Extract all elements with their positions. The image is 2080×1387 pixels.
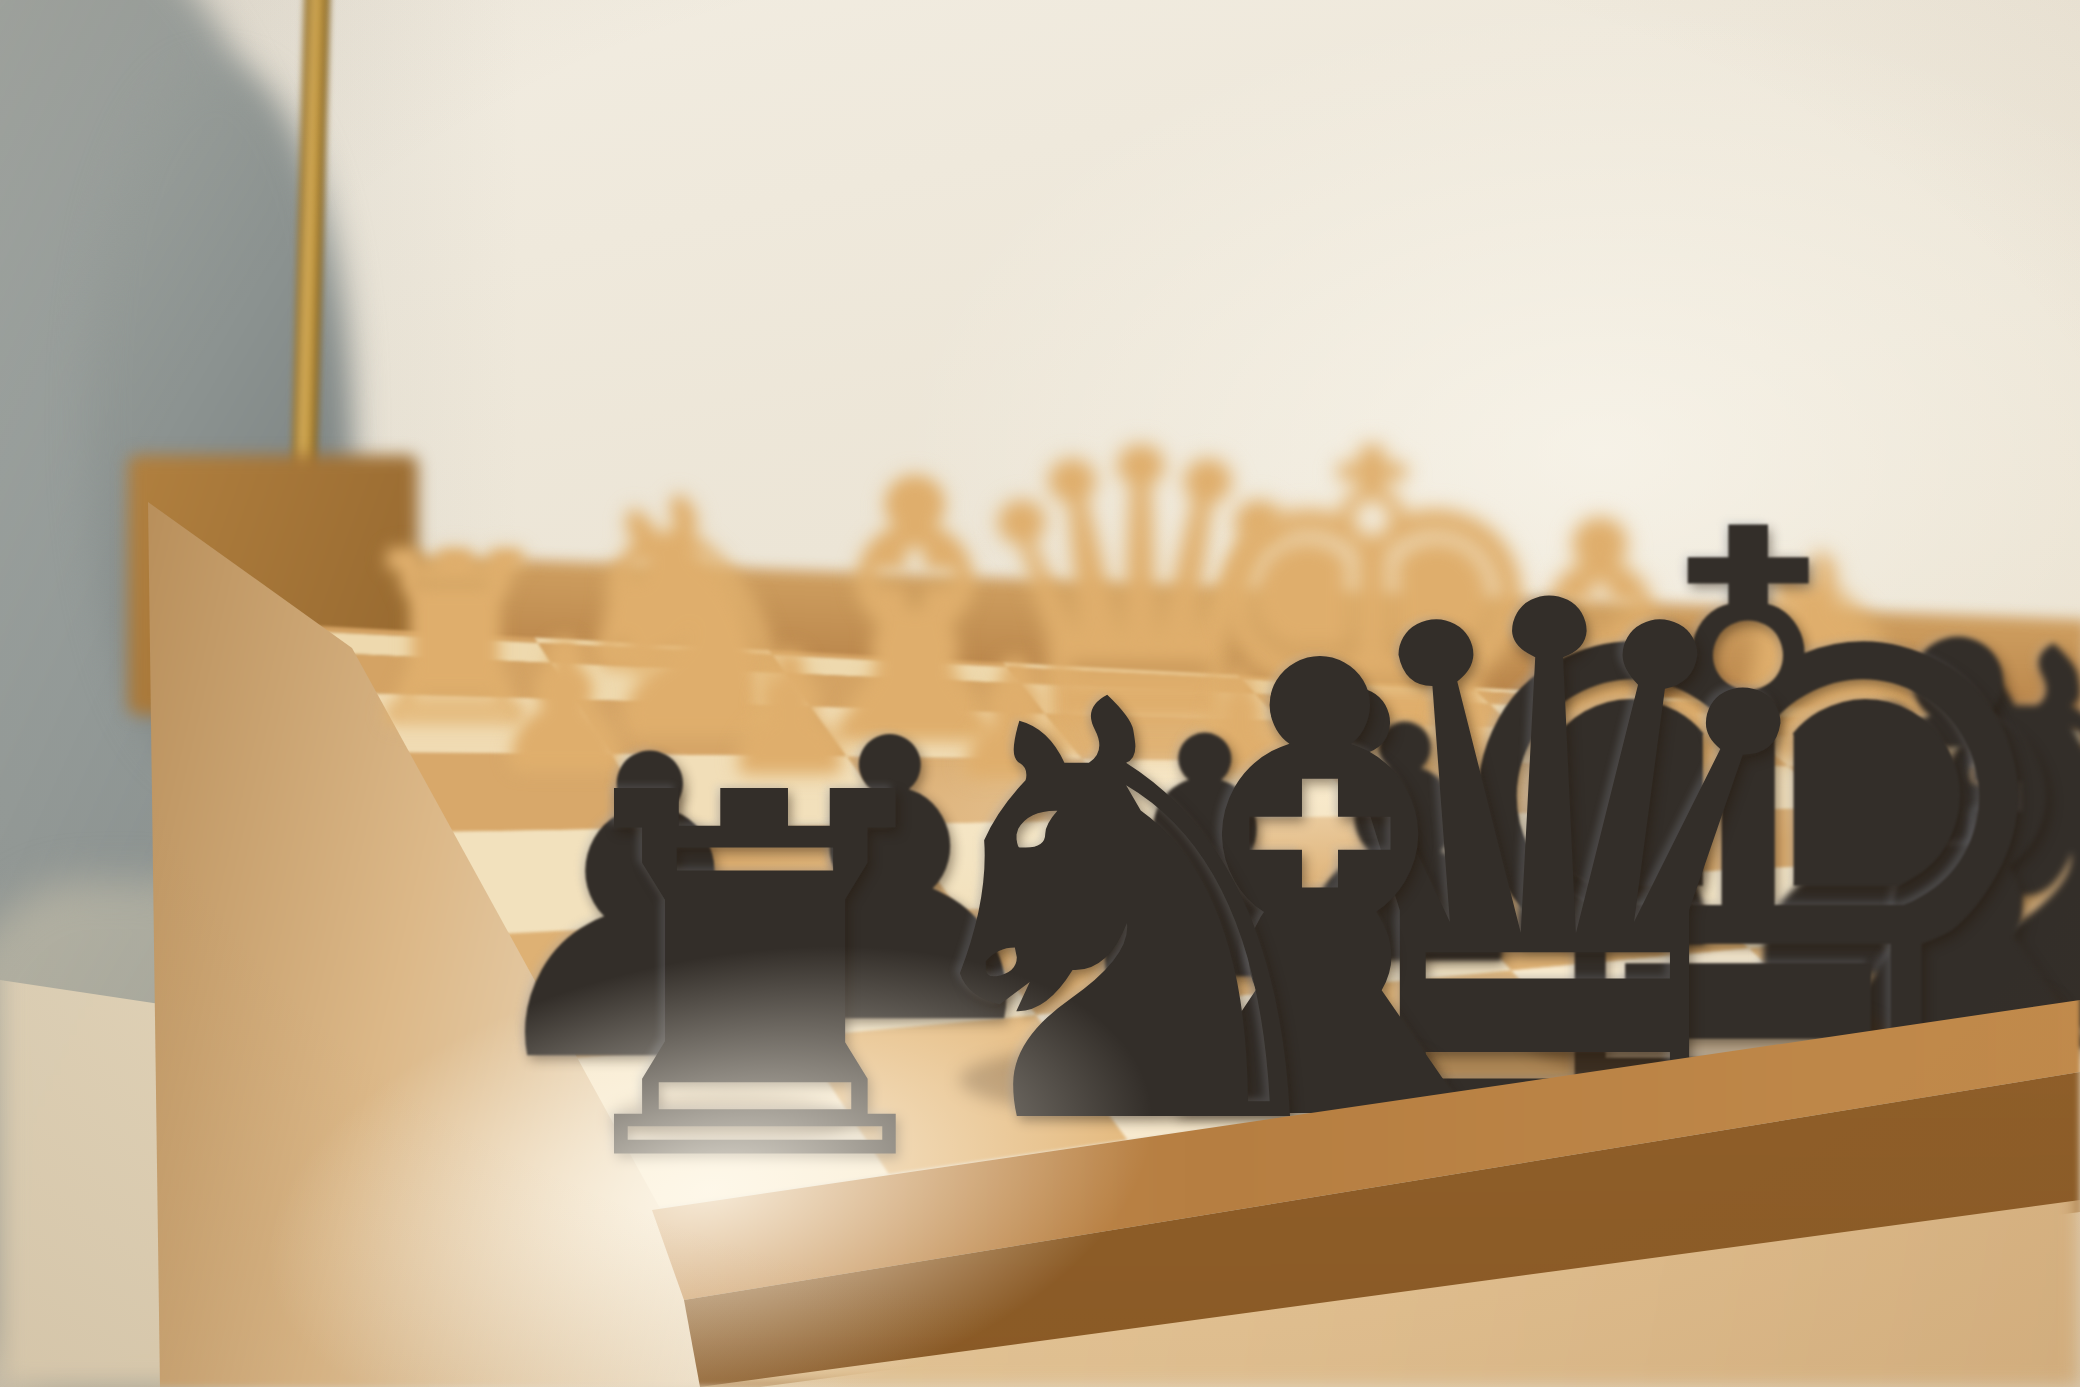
- piece-black-r-a8: ♜: [505, 730, 1005, 1230]
- chess-photo-scene: ♜♞♝♛♚♝♞♟♟♟♟♟♟♟♜♞♝♛♚♝♞♟♟♟♟♟♟♟: [0, 0, 2080, 1387]
